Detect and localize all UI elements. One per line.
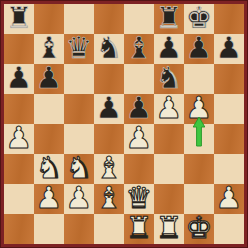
piece-white-pawn[interactable]: ♟	[216, 183, 243, 213]
square-h6[interactable]	[214, 64, 244, 94]
piece-black-king[interactable]: ♚	[186, 3, 213, 33]
piece-white-pawn[interactable]: ♟	[66, 183, 93, 213]
square-b2[interactable]: ♟	[34, 184, 64, 214]
piece-black-bishop[interactable]: ♝	[126, 33, 153, 63]
chess-board: ♜♜♚♝♛♞♝♟♟♟♟♟♞♟♟♟♟♟♟♞♞♝♟♟♝♛♟♜♜♚	[4, 4, 244, 244]
piece-white-knight[interactable]: ♞	[66, 153, 93, 183]
square-c1[interactable]	[64, 214, 94, 244]
piece-white-rook[interactable]: ♜	[156, 213, 183, 243]
square-h2[interactable]: ♟	[214, 184, 244, 214]
piece-white-pawn[interactable]: ♟	[156, 93, 183, 123]
square-e4[interactable]: ♟	[124, 124, 154, 154]
square-f4[interactable]	[154, 124, 184, 154]
piece-white-pawn[interactable]: ♟	[6, 123, 33, 153]
square-c6[interactable]	[64, 64, 94, 94]
square-f3[interactable]	[154, 154, 184, 184]
square-f5[interactable]: ♟	[154, 94, 184, 124]
square-a4[interactable]: ♟	[4, 124, 34, 154]
square-h7[interactable]: ♟	[214, 34, 244, 64]
piece-white-pawn[interactable]: ♟	[36, 183, 63, 213]
square-e1[interactable]: ♜	[124, 214, 154, 244]
chess-board-frame: ♜♜♚♝♛♞♝♟♟♟♟♟♞♟♟♟♟♟♟♞♞♝♟♟♝♛♟♜♜♚	[0, 0, 248, 248]
square-c7[interactable]: ♛	[64, 34, 94, 64]
piece-white-knight[interactable]: ♞	[36, 153, 63, 183]
piece-black-knight[interactable]: ♞	[96, 33, 123, 63]
piece-black-knight[interactable]: ♞	[156, 63, 183, 93]
square-f1[interactable]: ♜	[154, 214, 184, 244]
piece-black-pawn[interactable]: ♟	[96, 93, 123, 123]
square-a1[interactable]	[4, 214, 34, 244]
piece-black-pawn[interactable]: ♟	[36, 63, 63, 93]
piece-white-queen[interactable]: ♛	[126, 183, 153, 213]
piece-white-pawn[interactable]: ♟	[186, 93, 213, 123]
square-g4[interactable]	[184, 124, 214, 154]
piece-black-pawn[interactable]: ♟	[6, 63, 33, 93]
square-d7[interactable]: ♞	[94, 34, 124, 64]
square-a3[interactable]	[4, 154, 34, 184]
square-c2[interactable]: ♟	[64, 184, 94, 214]
piece-black-rook[interactable]: ♜	[6, 3, 33, 33]
square-e7[interactable]: ♝	[124, 34, 154, 64]
square-g3[interactable]	[184, 154, 214, 184]
square-g7[interactable]: ♟	[184, 34, 214, 64]
piece-white-rook[interactable]: ♜	[126, 213, 153, 243]
square-b6[interactable]: ♟	[34, 64, 64, 94]
square-a8[interactable]: ♜	[4, 4, 34, 34]
square-g5[interactable]: ♟	[184, 94, 214, 124]
square-b5[interactable]	[34, 94, 64, 124]
piece-white-king[interactable]: ♚	[186, 213, 213, 243]
square-d1[interactable]	[94, 214, 124, 244]
piece-white-bishop[interactable]: ♝	[96, 153, 123, 183]
piece-black-pawn[interactable]: ♟	[126, 93, 153, 123]
square-h4[interactable]	[214, 124, 244, 154]
piece-black-rook[interactable]: ♜	[156, 3, 183, 33]
square-h1[interactable]	[214, 214, 244, 244]
piece-black-queen[interactable]: ♛	[66, 33, 93, 63]
piece-white-pawn[interactable]: ♟	[126, 123, 153, 153]
piece-black-pawn[interactable]: ♟	[186, 33, 213, 63]
square-b1[interactable]	[34, 214, 64, 244]
piece-black-pawn[interactable]: ♟	[216, 33, 243, 63]
square-g1[interactable]: ♚	[184, 214, 214, 244]
square-d2[interactable]: ♝	[94, 184, 124, 214]
piece-white-bishop[interactable]: ♝	[96, 183, 123, 213]
square-c5[interactable]	[64, 94, 94, 124]
square-a6[interactable]: ♟	[4, 64, 34, 94]
piece-black-pawn[interactable]: ♟	[156, 33, 183, 63]
square-h5[interactable]	[214, 94, 244, 124]
square-d5[interactable]: ♟	[94, 94, 124, 124]
square-a2[interactable]	[4, 184, 34, 214]
piece-black-bishop[interactable]: ♝	[36, 33, 63, 63]
